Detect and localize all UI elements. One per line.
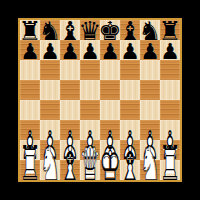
piece-white-bishop-f1[interactable]: ♝♗: [119, 139, 141, 187]
square-a5[interactable]: [20, 80, 40, 100]
piece-white-knight-g1[interactable]: ♞♘: [139, 139, 161, 187]
square-h5[interactable]: [160, 80, 180, 100]
piece-black-pawn-b7[interactable]: ♟: [40, 41, 60, 63]
square-e5[interactable]: [100, 80, 120, 100]
square-b4[interactable]: [40, 100, 60, 120]
piece-black-pawn-g7[interactable]: ♟: [140, 41, 160, 63]
piece-black-pawn-a7[interactable]: ♟: [20, 41, 40, 63]
rook-outline-glyph: ♖: [159, 135, 181, 191]
square-b5[interactable]: [40, 80, 60, 100]
piece-white-knight-b1[interactable]: ♞♘: [39, 139, 61, 187]
queen-outline-glyph: ♕: [79, 135, 101, 191]
square-c5[interactable]: [60, 80, 80, 100]
piece-white-king-e1[interactable]: ♚♔: [99, 139, 121, 187]
piece-black-pawn-e7[interactable]: ♟: [100, 41, 120, 63]
piece-white-bishop-c1[interactable]: ♝♗: [59, 139, 81, 187]
square-h4[interactable]: [160, 100, 180, 120]
piece-black-pawn-f7[interactable]: ♟: [120, 41, 140, 63]
screen-background: ♜♞♝♛♚♝♞♜♟♟♟♟♟♟♟♟♟♙♟♙♟♙♟♙♟♙♟♙♟♙♟♙♜♖♞♘♝♗♛♕…: [0, 0, 200, 200]
king-outline-glyph: ♔: [99, 135, 121, 191]
rook-outline-glyph: ♖: [19, 135, 41, 191]
square-d5[interactable]: [80, 80, 100, 100]
piece-black-pawn-d7[interactable]: ♟: [80, 41, 100, 63]
square-c4[interactable]: [60, 100, 80, 120]
square-g5[interactable]: [140, 80, 160, 100]
piece-black-pawn-h7[interactable]: ♟: [160, 41, 180, 63]
bishop-outline-glyph: ♗: [119, 135, 141, 191]
square-e4[interactable]: [100, 100, 120, 120]
knight-outline-glyph: ♘: [139, 135, 161, 191]
knight-outline-glyph: ♘: [39, 135, 61, 191]
piece-white-rook-h1[interactable]: ♜♖: [159, 139, 181, 187]
square-d4[interactable]: [80, 100, 100, 120]
square-a4[interactable]: [20, 100, 40, 120]
piece-black-pawn-c7[interactable]: ♟: [60, 41, 80, 63]
square-f4[interactable]: [120, 100, 140, 120]
piece-white-rook-a1[interactable]: ♜♖: [19, 139, 41, 187]
bishop-outline-glyph: ♗: [59, 135, 81, 191]
square-g4[interactable]: [140, 100, 160, 120]
piece-white-queen-d1[interactable]: ♛♕: [79, 139, 101, 187]
chess-board: ♜♞♝♛♚♝♞♜♟♟♟♟♟♟♟♟♟♙♟♙♟♙♟♙♟♙♟♙♟♙♟♙♜♖♞♘♝♗♛♕…: [18, 18, 182, 182]
square-f5[interactable]: [120, 80, 140, 100]
